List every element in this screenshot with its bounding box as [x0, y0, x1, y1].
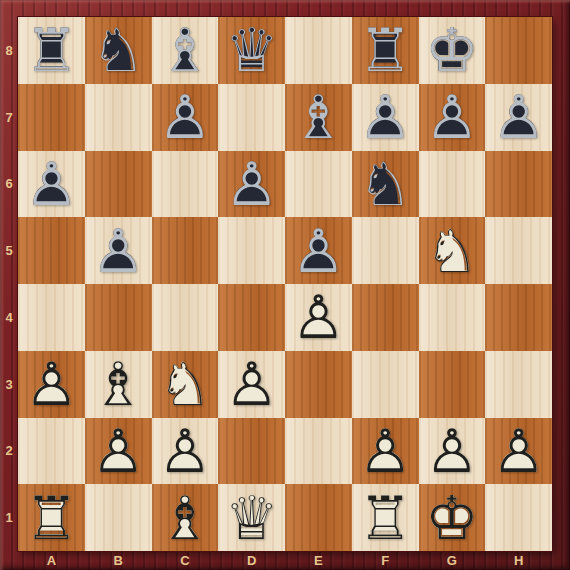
piece-fill-glyph: ♟ — [24, 354, 78, 414]
piece-outline-glyph: ♙ — [425, 87, 479, 147]
square-f7[interactable]: ♟♙ — [352, 84, 419, 151]
square-c6[interactable] — [152, 151, 219, 218]
square-c5[interactable] — [152, 217, 219, 284]
piece-fill-glyph: ♟ — [158, 421, 212, 481]
piece-outline-glyph: ♗ — [158, 488, 212, 548]
piece-outline-glyph: ♙ — [358, 87, 412, 147]
white-pawn[interactable]: ♟♙ — [485, 418, 552, 485]
file-label-f: F — [352, 550, 419, 570]
square-h2[interactable]: ♟♙ — [485, 418, 552, 485]
rank-label-6: 6 — [0, 151, 18, 218]
black-bishop[interactable]: ♝♗ — [285, 84, 352, 151]
square-e8[interactable] — [285, 17, 352, 84]
white-pawn[interactable]: ♟♙ — [18, 351, 85, 418]
square-d1[interactable]: ♛♕ — [218, 484, 285, 551]
piece-fill-glyph: ♝ — [91, 354, 145, 414]
piece-fill-glyph: ♟ — [291, 287, 345, 347]
square-e2[interactable] — [285, 418, 352, 485]
piece-outline-glyph: ♘ — [358, 154, 412, 214]
board: ♜♖♞♘♝♗♛♕♜♖♚♔♟♙♝♗♟♙♟♙♟♙♟♙♟♙♞♘♟♙♟♙♞♘♟♙♟♙♝♗… — [18, 17, 552, 551]
square-f6[interactable]: ♞♘ — [352, 151, 419, 218]
piece-outline-glyph: ♗ — [291, 87, 345, 147]
square-g5[interactable]: ♞♘ — [419, 217, 486, 284]
square-g4[interactable] — [419, 284, 486, 351]
piece-fill-glyph: ♟ — [291, 221, 345, 281]
file-label-h: H — [485, 550, 552, 570]
square-c7[interactable]: ♟♙ — [152, 84, 219, 151]
piece-fill-glyph: ♚ — [425, 488, 479, 548]
black-king[interactable]: ♚♔ — [419, 17, 486, 84]
square-f3[interactable] — [352, 351, 419, 418]
piece-fill-glyph: ♟ — [492, 87, 546, 147]
square-b3[interactable]: ♝♗ — [85, 351, 152, 418]
square-c4[interactable] — [152, 284, 219, 351]
white-pawn[interactable]: ♟♙ — [352, 418, 419, 485]
piece-outline-glyph: ♕ — [225, 20, 279, 80]
white-bishop[interactable]: ♝♗ — [152, 484, 219, 551]
square-g1[interactable]: ♚♔ — [419, 484, 486, 551]
black-pawn[interactable]: ♟♙ — [152, 84, 219, 151]
file-label-e: E — [285, 550, 352, 570]
rank-label-1: 1 — [0, 484, 18, 551]
piece-fill-glyph: ♟ — [358, 421, 412, 481]
square-e4[interactable]: ♟♙ — [285, 284, 352, 351]
piece-outline-glyph: ♙ — [225, 354, 279, 414]
rank-label-2: 2 — [0, 418, 18, 485]
white-pawn[interactable]: ♟♙ — [218, 351, 285, 418]
white-knight[interactable]: ♞♘ — [152, 351, 219, 418]
white-pawn[interactable]: ♟♙ — [285, 284, 352, 351]
rank-label-3: 3 — [0, 351, 18, 418]
piece-outline-glyph: ♙ — [492, 87, 546, 147]
square-a1[interactable]: ♜♖ — [18, 484, 85, 551]
white-pawn[interactable]: ♟♙ — [419, 418, 486, 485]
piece-outline-glyph: ♔ — [425, 488, 479, 548]
piece-fill-glyph: ♛ — [225, 488, 279, 548]
piece-fill-glyph: ♛ — [225, 20, 279, 80]
file-label-g: G — [419, 550, 486, 570]
white-knight[interactable]: ♞♘ — [419, 217, 486, 284]
piece-outline-glyph: ♙ — [425, 421, 479, 481]
piece-outline-glyph: ♖ — [24, 20, 78, 80]
white-queen[interactable]: ♛♕ — [218, 484, 285, 551]
square-e6[interactable] — [285, 151, 352, 218]
black-pawn[interactable]: ♟♙ — [485, 84, 552, 151]
rank-label-7: 7 — [0, 84, 18, 151]
square-g6[interactable] — [419, 151, 486, 218]
square-d2[interactable] — [218, 418, 285, 485]
piece-fill-glyph: ♝ — [158, 488, 212, 548]
black-pawn[interactable]: ♟♙ — [85, 217, 152, 284]
piece-outline-glyph: ♙ — [24, 354, 78, 414]
square-d4[interactable] — [218, 284, 285, 351]
square-e7[interactable]: ♝♗ — [285, 84, 352, 151]
file-label-d: D — [218, 550, 285, 570]
square-b8[interactable]: ♞♘ — [85, 17, 152, 84]
square-h4[interactable] — [485, 284, 552, 351]
piece-fill-glyph: ♞ — [91, 20, 145, 80]
square-d5[interactable] — [218, 217, 285, 284]
black-pawn[interactable]: ♟♙ — [352, 84, 419, 151]
piece-fill-glyph: ♞ — [158, 354, 212, 414]
square-e5[interactable]: ♟♙ — [285, 217, 352, 284]
square-c8[interactable]: ♝♗ — [152, 17, 219, 84]
white-king[interactable]: ♚♔ — [419, 484, 486, 551]
black-queen[interactable]: ♛♕ — [218, 17, 285, 84]
piece-fill-glyph: ♟ — [492, 421, 546, 481]
white-rook[interactable]: ♜♖ — [18, 484, 85, 551]
square-h1[interactable] — [485, 484, 552, 551]
square-a2[interactable] — [18, 418, 85, 485]
piece-outline-glyph: ♙ — [291, 287, 345, 347]
piece-fill-glyph: ♜ — [358, 488, 412, 548]
piece-fill-glyph: ♟ — [358, 87, 412, 147]
white-bishop[interactable]: ♝♗ — [85, 351, 152, 418]
square-f2[interactable]: ♟♙ — [352, 418, 419, 485]
square-a8[interactable]: ♜♖ — [18, 17, 85, 84]
piece-outline-glyph: ♙ — [225, 154, 279, 214]
square-h3[interactable] — [485, 351, 552, 418]
square-e3[interactable] — [285, 351, 352, 418]
piece-fill-glyph: ♚ — [425, 20, 479, 80]
piece-fill-glyph: ♝ — [291, 87, 345, 147]
piece-outline-glyph: ♖ — [358, 488, 412, 548]
piece-fill-glyph: ♟ — [425, 421, 479, 481]
piece-fill-glyph: ♝ — [158, 20, 212, 80]
square-f8[interactable]: ♜♖ — [352, 17, 419, 84]
white-pawn[interactable]: ♟♙ — [85, 418, 152, 485]
square-b5[interactable]: ♟♙ — [85, 217, 152, 284]
square-h8[interactable] — [485, 17, 552, 84]
square-g8[interactable]: ♚♔ — [419, 17, 486, 84]
piece-outline-glyph: ♙ — [91, 421, 145, 481]
piece-fill-glyph: ♟ — [425, 87, 479, 147]
piece-outline-glyph: ♘ — [158, 354, 212, 414]
square-h7[interactable]: ♟♙ — [485, 84, 552, 151]
square-b6[interactable] — [85, 151, 152, 218]
square-d3[interactable]: ♟♙ — [218, 351, 285, 418]
rank-label-4: 4 — [0, 284, 18, 351]
square-g3[interactable] — [419, 351, 486, 418]
black-bishop[interactable]: ♝♗ — [152, 17, 219, 84]
square-g2[interactable]: ♟♙ — [419, 418, 486, 485]
piece-fill-glyph: ♜ — [24, 20, 78, 80]
chess-board-diagram: ♜♖♞♘♝♗♛♕♜♖♚♔♟♙♝♗♟♙♟♙♟♙♟♙♟♙♞♘♟♙♟♙♞♘♟♙♟♙♝♗… — [0, 0, 570, 570]
square-b7[interactable] — [85, 84, 152, 151]
rank-label-5: 5 — [0, 217, 18, 284]
square-a6[interactable]: ♟♙ — [18, 151, 85, 218]
square-a3[interactable]: ♟♙ — [18, 351, 85, 418]
piece-outline-glyph: ♗ — [91, 354, 145, 414]
piece-outline-glyph: ♔ — [425, 20, 479, 80]
square-e1[interactable] — [285, 484, 352, 551]
piece-fill-glyph: ♟ — [225, 354, 279, 414]
square-h5[interactable] — [485, 217, 552, 284]
square-b4[interactable] — [85, 284, 152, 351]
square-f1[interactable]: ♜♖ — [352, 484, 419, 551]
piece-fill-glyph: ♜ — [24, 488, 78, 548]
piece-outline-glyph: ♙ — [358, 421, 412, 481]
file-label-c: C — [152, 550, 219, 570]
square-c1[interactable]: ♝♗ — [152, 484, 219, 551]
white-pawn[interactable]: ♟♙ — [152, 418, 219, 485]
square-d8[interactable]: ♛♕ — [218, 17, 285, 84]
piece-fill-glyph: ♟ — [91, 221, 145, 281]
piece-outline-glyph: ♙ — [91, 221, 145, 281]
black-knight[interactable]: ♞♘ — [85, 17, 152, 84]
piece-outline-glyph: ♙ — [492, 421, 546, 481]
piece-outline-glyph: ♙ — [291, 221, 345, 281]
piece-fill-glyph: ♞ — [425, 221, 479, 281]
file-label-a: A — [18, 550, 85, 570]
square-c2[interactable]: ♟♙ — [152, 418, 219, 485]
piece-fill-glyph: ♟ — [91, 421, 145, 481]
piece-outline-glyph: ♘ — [425, 221, 479, 281]
piece-outline-glyph: ♙ — [158, 87, 212, 147]
piece-outline-glyph: ♙ — [24, 154, 78, 214]
square-c3[interactable]: ♞♘ — [152, 351, 219, 418]
piece-outline-glyph: ♗ — [158, 20, 212, 80]
black-knight[interactable]: ♞♘ — [352, 151, 419, 218]
piece-outline-glyph: ♘ — [91, 20, 145, 80]
piece-fill-glyph: ♟ — [225, 154, 279, 214]
rank-label-8: 8 — [0, 17, 18, 84]
black-pawn[interactable]: ♟♙ — [419, 84, 486, 151]
black-pawn[interactable]: ♟♙ — [285, 217, 352, 284]
piece-outline-glyph: ♖ — [24, 488, 78, 548]
square-b1[interactable] — [85, 484, 152, 551]
piece-fill-glyph: ♞ — [358, 154, 412, 214]
piece-outline-glyph: ♙ — [158, 421, 212, 481]
square-d6[interactable]: ♟♙ — [218, 151, 285, 218]
piece-fill-glyph: ♟ — [158, 87, 212, 147]
square-d7[interactable] — [218, 84, 285, 151]
square-a7[interactable] — [18, 84, 85, 151]
black-rook[interactable]: ♜♖ — [352, 17, 419, 84]
piece-fill-glyph: ♜ — [358, 20, 412, 80]
black-rook[interactable]: ♜♖ — [18, 17, 85, 84]
square-a5[interactable] — [18, 217, 85, 284]
file-label-b: B — [85, 550, 152, 570]
black-pawn[interactable]: ♟♙ — [18, 151, 85, 218]
white-rook[interactable]: ♜♖ — [352, 484, 419, 551]
piece-outline-glyph: ♕ — [225, 488, 279, 548]
piece-outline-glyph: ♖ — [358, 20, 412, 80]
square-g7[interactable]: ♟♙ — [419, 84, 486, 151]
square-a4[interactable] — [18, 284, 85, 351]
square-f4[interactable] — [352, 284, 419, 351]
black-pawn[interactable]: ♟♙ — [218, 151, 285, 218]
piece-fill-glyph: ♟ — [24, 154, 78, 214]
square-f5[interactable] — [352, 217, 419, 284]
square-b2[interactable]: ♟♙ — [85, 418, 152, 485]
square-h6[interactable] — [485, 151, 552, 218]
